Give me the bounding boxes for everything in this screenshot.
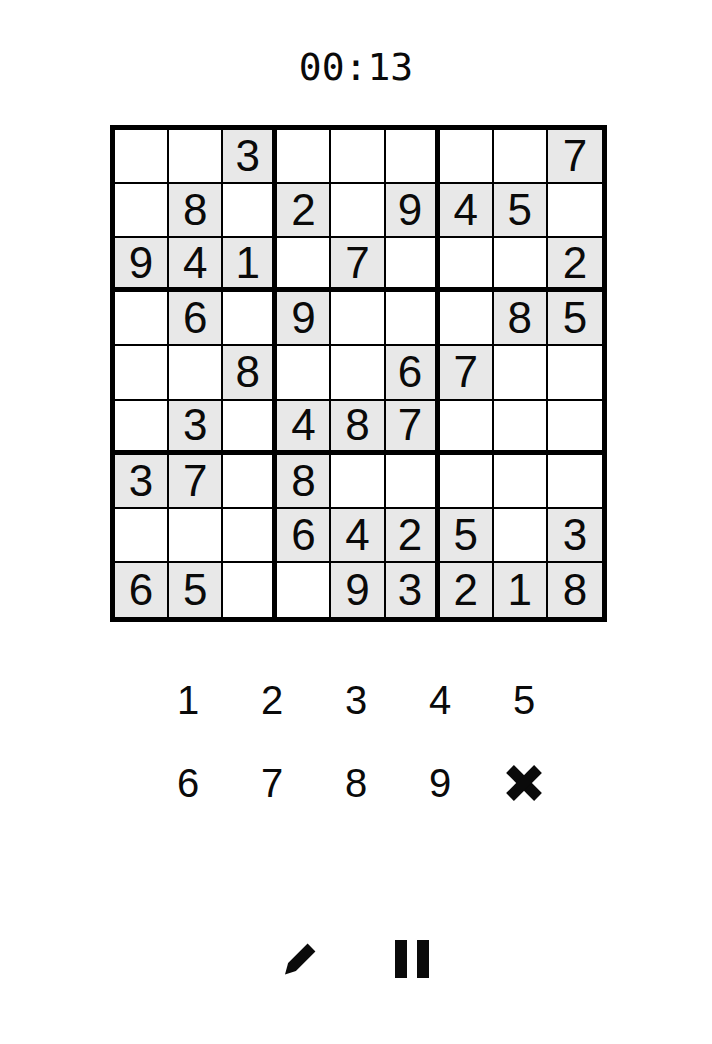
cell-r7c9[interactable] [548,455,602,509]
cell-r2c2[interactable]: 8 [169,184,223,238]
cell-r9c1[interactable]: 6 [115,563,169,617]
cell-r8c2[interactable] [169,509,223,563]
pause-icon [394,939,430,979]
cell-r5c8[interactable] [494,346,548,400]
numpad-key-9[interactable]: 9 [398,759,482,807]
cell-r9c2[interactable]: 5 [169,563,223,617]
cell-r9c3[interactable] [223,563,277,617]
cell-r9c8[interactable]: 1 [494,563,548,617]
numpad-key-2[interactable]: 2 [230,676,314,724]
delete-key[interactable] [482,759,566,807]
cell-r1c2[interactable] [169,130,223,184]
cell-r6c7[interactable] [440,401,494,455]
bottom-controls [0,938,712,980]
numpad-key-8[interactable]: 8 [314,759,398,807]
cell-r8c1[interactable] [115,509,169,563]
cell-r6c4[interactable]: 4 [277,401,331,455]
pencil-icon [279,938,321,980]
cell-r2c1[interactable] [115,184,169,238]
cell-r1c4[interactable] [277,130,331,184]
cell-r5c4[interactable] [277,346,331,400]
cell-r2c3[interactable] [223,184,277,238]
timer: 00:13 [0,46,712,88]
cell-r6c8[interactable] [494,401,548,455]
numpad-row-2: 6 7 8 9 [146,759,566,807]
cell-r4c5[interactable] [331,292,385,346]
cell-r2c9[interactable] [548,184,602,238]
numpad-key-6[interactable]: 6 [146,759,230,807]
cell-r3c2[interactable]: 4 [169,238,223,292]
cell-r4c8[interactable]: 8 [494,292,548,346]
numpad-key-3[interactable]: 3 [314,676,398,724]
cell-r9c5[interactable]: 9 [331,563,385,617]
numpad-key-5[interactable]: 5 [482,676,566,724]
cell-r4c1[interactable] [115,292,169,346]
number-pad: 1 2 3 4 5 6 7 8 9 [146,676,566,842]
cell-r4c2[interactable]: 6 [169,292,223,346]
cell-r4c3[interactable] [223,292,277,346]
cell-r2c5[interactable] [331,184,385,238]
cell-r8c3[interactable] [223,509,277,563]
cell-r9c6[interactable]: 3 [386,563,440,617]
cell-r2c7[interactable]: 4 [440,184,494,238]
cell-r8c6[interactable]: 2 [386,509,440,563]
cell-r5c2[interactable] [169,346,223,400]
cell-r7c3[interactable] [223,455,277,509]
cell-r7c8[interactable] [494,455,548,509]
cell-r2c8[interactable]: 5 [494,184,548,238]
cell-r7c6[interactable] [386,455,440,509]
cell-r6c2[interactable]: 3 [169,401,223,455]
cell-r5c1[interactable] [115,346,169,400]
cell-r5c7[interactable]: 7 [440,346,494,400]
cell-r8c5[interactable]: 4 [331,509,385,563]
cell-r7c4[interactable]: 8 [277,455,331,509]
pause-button[interactable] [391,938,433,980]
cell-r1c5[interactable] [331,130,385,184]
cell-r6c1[interactable] [115,401,169,455]
cell-r8c9[interactable]: 3 [548,509,602,563]
cell-r1c9[interactable]: 7 [548,130,602,184]
cell-r3c7[interactable] [440,238,494,292]
cell-r5c9[interactable] [548,346,602,400]
cell-r6c9[interactable] [548,401,602,455]
cell-r3c3[interactable]: 1 [223,238,277,292]
cell-r4c7[interactable] [440,292,494,346]
cell-r5c6[interactable]: 6 [386,346,440,400]
cell-r3c1[interactable]: 9 [115,238,169,292]
numpad-key-4[interactable]: 4 [398,676,482,724]
cell-r8c8[interactable] [494,509,548,563]
cell-r6c5[interactable]: 8 [331,401,385,455]
cell-r5c5[interactable] [331,346,385,400]
cell-r9c4[interactable] [277,563,331,617]
cell-r2c4[interactable]: 2 [277,184,331,238]
cell-r6c6[interactable]: 7 [386,401,440,455]
cell-r1c8[interactable] [494,130,548,184]
cell-r6c3[interactable] [223,401,277,455]
sudoku-board: 37829459417269858673487378642536593218 [110,125,607,622]
numpad-key-1[interactable]: 1 [146,676,230,724]
pencil-button[interactable] [279,938,321,980]
cell-r1c7[interactable] [440,130,494,184]
cell-r5c3[interactable]: 8 [223,346,277,400]
cell-r3c9[interactable]: 2 [548,238,602,292]
cell-r9c7[interactable]: 2 [440,563,494,617]
cell-r2c6[interactable]: 9 [386,184,440,238]
cell-r3c8[interactable] [494,238,548,292]
cell-r7c5[interactable] [331,455,385,509]
cell-r8c7[interactable]: 5 [440,509,494,563]
cell-r4c9[interactable]: 5 [548,292,602,346]
cell-r1c1[interactable] [115,130,169,184]
numpad-row-1: 1 2 3 4 5 [146,676,566,724]
cell-r7c2[interactable]: 7 [169,455,223,509]
cell-r3c4[interactable] [277,238,331,292]
cell-r8c4[interactable]: 6 [277,509,331,563]
cell-r7c1[interactable]: 3 [115,455,169,509]
cell-r7c7[interactable] [440,455,494,509]
cell-r4c4[interactable]: 9 [277,292,331,346]
cell-r1c3[interactable]: 3 [223,130,277,184]
cell-r9c9[interactable]: 8 [548,563,602,617]
cell-r3c5[interactable]: 7 [331,238,385,292]
numpad-key-7[interactable]: 7 [230,759,314,807]
delete-x-icon [503,762,545,804]
cell-r4c6[interactable] [386,292,440,346]
cell-r3c6[interactable] [386,238,440,292]
cell-r1c6[interactable] [386,130,440,184]
